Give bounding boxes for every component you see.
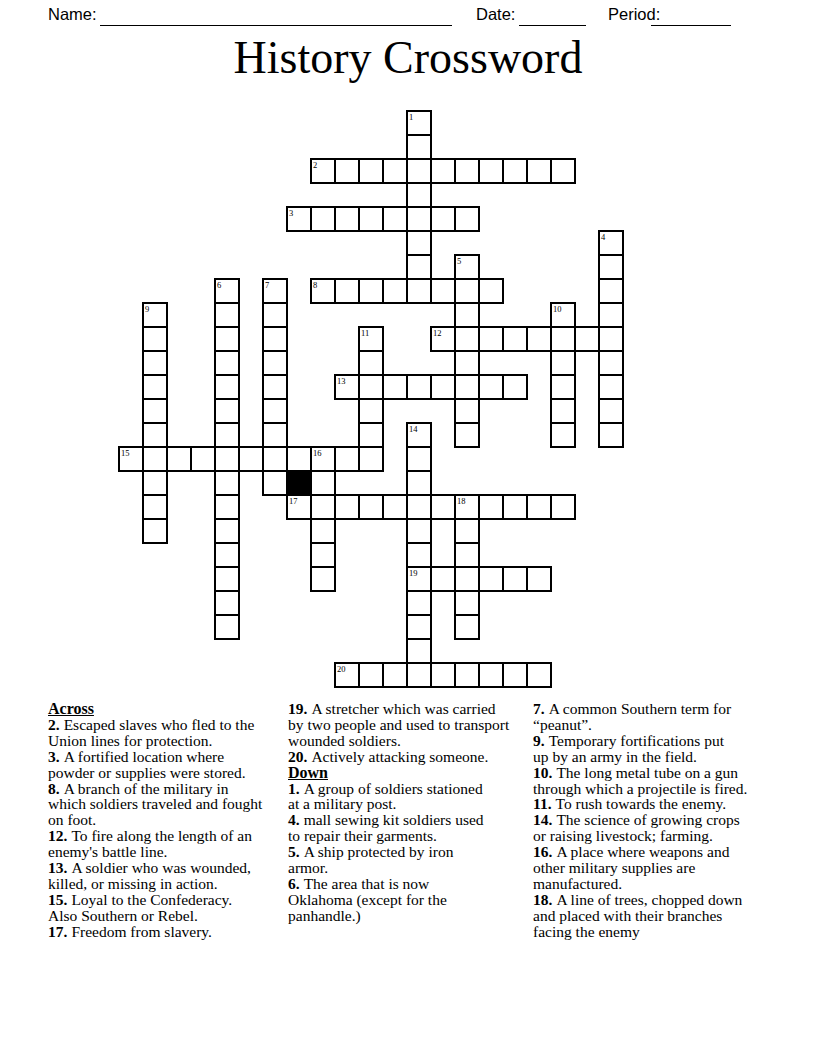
- grid-cell-r10c18[interactable]: [550, 350, 576, 376]
- grid-cell-r4c11[interactable]: [382, 206, 408, 232]
- grid-cell-r7c12[interactable]: [406, 278, 432, 304]
- clue-text: A line of trees, chopped down and placed…: [533, 891, 742, 940]
- grid-cell-r12c4[interactable]: [214, 398, 240, 424]
- clue-down-9: 9.Temporary fortifications put up by an …: [533, 733, 785, 765]
- grid-cell-r14c6[interactable]: [262, 446, 288, 472]
- grid-cell-r14c9[interactable]: [334, 446, 360, 472]
- clue-column-1: Across2.Escaped slaves who fled to the U…: [48, 701, 294, 940]
- clue-number: 7.: [533, 700, 545, 717]
- grid-cell-r2c11[interactable]: [382, 158, 408, 184]
- grid-cell-r16c4[interactable]: [214, 494, 240, 520]
- clue-number: 5.: [288, 843, 300, 860]
- cell-number-3: 3: [289, 209, 293, 218]
- grid-cell-r17c14[interactable]: [454, 518, 480, 544]
- grid-cell-r10c6[interactable]: [262, 350, 288, 376]
- grid-cell-r13c10[interactable]: [358, 422, 384, 448]
- grid-cell-r15c4[interactable]: [214, 470, 240, 496]
- cell-number-6: 6: [217, 281, 221, 290]
- clue-across-8: 8.A branch of the military in which sold…: [48, 781, 294, 829]
- worksheet-page: Name: Date: Period: History Crossword 12…: [0, 0, 816, 1056]
- grid-cell-r20c4[interactable]: [214, 590, 240, 616]
- grid-cell-r23c12[interactable]: [406, 662, 432, 688]
- clue-down-1: 1.A group of soldiers stationed at a mil…: [288, 781, 538, 813]
- grid-cell-r23c14[interactable]: [454, 662, 480, 688]
- clue-across-3: 3.A fortified location where powder or s…: [48, 749, 294, 781]
- grid-cell-r17c1[interactable]: [142, 518, 168, 544]
- grid-cell-r9c4[interactable]: [214, 326, 240, 352]
- clue-across-12: 12.To fire along the length of an enemy'…: [48, 828, 294, 860]
- grid-cell-r22c12[interactable]: [406, 638, 432, 664]
- clue-number: 15.: [48, 891, 67, 908]
- clue-number: 16.: [533, 843, 552, 860]
- cell-number-12: 12: [433, 329, 442, 338]
- grid-cell-r7c10[interactable]: [358, 278, 384, 304]
- grid-cell-r18c12[interactable]: [406, 542, 432, 568]
- grid-cell-r7c20[interactable]: [598, 278, 624, 304]
- grid-cell-r16c15[interactable]: [478, 494, 504, 520]
- clue-number: 1.: [288, 780, 300, 797]
- grid-cell-r14c5[interactable]: [238, 446, 264, 472]
- grid-cell-r21c12[interactable]: [406, 614, 432, 640]
- grid-cell-r15c8[interactable]: [310, 470, 336, 496]
- cell-number-5: 5: [457, 257, 461, 266]
- grid-cell-r13c20[interactable]: [598, 422, 624, 448]
- grid-cell-r8c14[interactable]: [454, 302, 480, 328]
- clue-text: To rush towards the enemy.: [556, 795, 727, 812]
- grid-cell-r16c16[interactable]: [502, 494, 528, 520]
- grid-cell-r13c18[interactable]: [550, 422, 576, 448]
- blocked-cell: [286, 470, 312, 496]
- clue-number: 6.: [288, 875, 300, 892]
- grid-cell-r19c8[interactable]: [310, 566, 336, 592]
- grid-cell-r9c20[interactable]: [598, 326, 624, 352]
- grid-cell-r9c18[interactable]: [550, 326, 576, 352]
- clue-text: A place where weapons and other military…: [533, 843, 729, 892]
- grid-cell-r15c1[interactable]: [142, 470, 168, 496]
- cell-number-10: 10: [553, 305, 562, 314]
- cell-number-11: 11: [361, 329, 369, 338]
- grid-cell-r11c13[interactable]: [430, 374, 456, 400]
- grid-cell-r10c4[interactable]: [214, 350, 240, 376]
- grid-cell-r13c14[interactable]: [454, 422, 480, 448]
- cell-number-15: 15: [121, 449, 130, 458]
- clue-text: A fortified location where powder or sup…: [48, 748, 246, 781]
- clue-down-5: 5.A ship protected by iron armor.: [288, 844, 538, 876]
- grid-cell-r7c13[interactable]: [430, 278, 456, 304]
- grid-cell-r16c13[interactable]: [430, 494, 456, 520]
- grid-cell-r7c14[interactable]: [454, 278, 480, 304]
- grid-cell-r16c12[interactable]: [406, 494, 432, 520]
- cell-number-1: 1: [409, 113, 413, 122]
- grid-cell-r17c4[interactable]: [214, 518, 240, 544]
- grid-cell-r9c17[interactable]: [526, 326, 552, 352]
- grid-cell-r4c14[interactable]: [454, 206, 480, 232]
- grid-cell-r12c20[interactable]: [598, 398, 624, 424]
- date-blank-field[interactable]: [519, 6, 586, 26]
- cell-number-4: 4: [601, 233, 605, 242]
- grid-cell-r23c11[interactable]: [382, 662, 408, 688]
- date-label: Date:: [476, 4, 515, 24]
- grid-cell-r12c10[interactable]: [358, 398, 384, 424]
- clue-text: Actively attacking someone.: [311, 748, 488, 765]
- down-header-label: Down: [288, 764, 328, 781]
- clue-text: A branch of the military in which soldie…: [48, 780, 262, 829]
- grid-cell-r11c4[interactable]: [214, 374, 240, 400]
- grid-cell-r18c4[interactable]: [214, 542, 240, 568]
- clue-column-3: 7.A common Southern term for “peanut”.9.…: [533, 701, 785, 940]
- clue-down-7: 7.A common Southern term for “peanut”.: [533, 701, 785, 733]
- grid-cell-r23c10[interactable]: [358, 662, 384, 688]
- grid-cell-r2c17[interactable]: [526, 158, 552, 184]
- grid-cell-r2c12[interactable]: [406, 158, 432, 184]
- clue-down-10: 10.The long metal tube on a gun through …: [533, 765, 785, 797]
- grid-cell-r18c8[interactable]: [310, 542, 336, 568]
- grid-cell-r9c14[interactable]: [454, 326, 480, 352]
- clue-across-20: 20.Actively attacking someone.: [288, 749, 538, 765]
- clue-number: 3.: [48, 748, 60, 765]
- grid-cell-r16c17[interactable]: [526, 494, 552, 520]
- clue-number: 17.: [48, 923, 67, 940]
- grid-cell-r14c7[interactable]: [286, 446, 312, 472]
- clue-number: 4.: [288, 811, 300, 828]
- grid-cell-r9c15[interactable]: [478, 326, 504, 352]
- grid-cell-r20c14[interactable]: [454, 590, 480, 616]
- cell-number-2: 2: [313, 161, 317, 170]
- period-blank-field[interactable]: [651, 6, 731, 26]
- grid-cell-r20c12[interactable]: [406, 590, 432, 616]
- grid-cell-r16c9[interactable]: [334, 494, 360, 520]
- grid-cell-r8c20[interactable]: [598, 302, 624, 328]
- grid-cell-r11c6[interactable]: [262, 374, 288, 400]
- grid-cell-r5c12[interactable]: [406, 230, 432, 256]
- clue-text: A common Southern term for “peanut”.: [533, 700, 731, 733]
- clue-text: To fire along the length of an enemy's b…: [48, 827, 252, 860]
- grid-cell-r13c1[interactable]: [142, 422, 168, 448]
- name-blank-field[interactable]: [100, 6, 452, 26]
- grid-cell-r11c20[interactable]: [598, 374, 624, 400]
- cell-number-7: 7: [265, 281, 269, 290]
- cell-number-20: 20: [337, 665, 346, 674]
- grid-cell-r9c6[interactable]: [262, 326, 288, 352]
- clue-down-11: 11.To rush towards the enemy.: [533, 796, 785, 812]
- grid-cell-r19c16[interactable]: [502, 566, 528, 592]
- grid-cell-r16c18[interactable]: [550, 494, 576, 520]
- grid-cell-r17c8[interactable]: [310, 518, 336, 544]
- grid-cell-r4c8[interactable]: [310, 206, 336, 232]
- grid-cell-r2c15[interactable]: [478, 158, 504, 184]
- grid-cell-r19c15[interactable]: [478, 566, 504, 592]
- cell-number-19: 19: [409, 569, 418, 578]
- clue-text: Temporary fortifications put up by an ar…: [533, 732, 724, 765]
- grid-cell-r15c6[interactable]: [262, 470, 288, 496]
- grid-cell-r19c4[interactable]: [214, 566, 240, 592]
- across-header-label: Across: [48, 700, 94, 717]
- clue-number: 2.: [48, 716, 60, 733]
- clue-text: Loyal to the Confederacy. Also Southern …: [48, 891, 232, 924]
- cell-number-8: 8: [313, 281, 317, 290]
- cell-number-18: 18: [457, 497, 466, 506]
- clue-number: 19.: [288, 700, 307, 717]
- grid-cell-r21c4[interactable]: [214, 614, 240, 640]
- grid-cell-r17c12[interactable]: [406, 518, 432, 544]
- clue-across-19: 19.A stretcher which was carried by two …: [288, 701, 538, 749]
- grid-cell-r13c6[interactable]: [262, 422, 288, 448]
- grid-cell-r19c14[interactable]: [454, 566, 480, 592]
- grid-cell-r14c4[interactable]: [214, 446, 240, 472]
- grid-cell-r13c4[interactable]: [214, 422, 240, 448]
- grid-cell-r11c16[interactable]: [502, 374, 528, 400]
- grid-cell-r14c1[interactable]: [142, 446, 168, 472]
- clue-down-6: 6.The area that is now Oklahoma (except …: [288, 876, 538, 924]
- grid-cell-r23c15[interactable]: [478, 662, 504, 688]
- across-header: Across: [48, 701, 294, 717]
- grid-cell-r14c10[interactable]: [358, 446, 384, 472]
- clue-down-14: 14.The science of growing crops or raisi…: [533, 812, 785, 844]
- clue-across-17: 17.Freedom from slavery.: [48, 924, 294, 940]
- cell-number-14: 14: [409, 425, 418, 434]
- clue-number: 12.: [48, 827, 67, 844]
- clue-number: 10.: [533, 764, 552, 781]
- grid-cell-r4c13[interactable]: [430, 206, 456, 232]
- grid-cell-r16c1[interactable]: [142, 494, 168, 520]
- clue-down-4: 4.mall sewing kit soldiers used to repai…: [288, 812, 538, 844]
- grid-cell-r19c13[interactable]: [430, 566, 456, 592]
- clue-across-2: 2.Escaped slaves who fled to the Union l…: [48, 717, 294, 749]
- grid-cell-r10c14[interactable]: [454, 350, 480, 376]
- clue-across-15: 15.Loyal to the Confederacy. Also Southe…: [48, 892, 294, 924]
- clue-across-13: 13.A soldier who was wounded, killed, or…: [48, 860, 294, 892]
- grid-cell-r19c17[interactable]: [526, 566, 552, 592]
- crossword-grid: 1234567891011121314151617181920: [118, 110, 624, 688]
- cell-number-16: 16: [313, 449, 322, 458]
- clue-text: The science of growing crops or raising …: [533, 811, 740, 844]
- grid-cell-r14c2[interactable]: [166, 446, 192, 472]
- clue-text: The long metal tube on a gun through whi…: [533, 764, 747, 797]
- grid-cell-r10c1[interactable]: [142, 350, 168, 376]
- cell-number-13: 13: [337, 377, 346, 386]
- clue-number: 13.: [48, 859, 67, 876]
- clue-number: 14.: [533, 811, 552, 828]
- cell-number-17: 17: [289, 497, 298, 506]
- grid-cell-r11c14[interactable]: [454, 374, 480, 400]
- grid-cell-r11c15[interactable]: [478, 374, 504, 400]
- grid-cell-r2c16[interactable]: [502, 158, 528, 184]
- clue-number: 18.: [533, 891, 552, 908]
- grid-cell-r9c1[interactable]: [142, 326, 168, 352]
- clue-number: 20.: [288, 748, 307, 765]
- grid-cell-r2c9[interactable]: [334, 158, 360, 184]
- clue-text: A soldier who was wounded, killed, or mi…: [48, 859, 251, 892]
- grid-cell-r14c3[interactable]: [190, 446, 216, 472]
- grid-cell-r12c6[interactable]: [262, 398, 288, 424]
- down-header: Down: [288, 765, 538, 781]
- grid-cell-r7c9[interactable]: [334, 278, 360, 304]
- grid-cell-r11c12[interactable]: [406, 374, 432, 400]
- clue-text: A ship protected by iron armor.: [288, 843, 453, 876]
- grid-cell-r8c4[interactable]: [214, 302, 240, 328]
- grid-cell-r12c14[interactable]: [454, 398, 480, 424]
- grid-cell-r23c17[interactable]: [526, 662, 552, 688]
- grid-cell-r9c19[interactable]: [574, 326, 600, 352]
- grid-cell-r7c11[interactable]: [382, 278, 408, 304]
- grid-cell-r6c20[interactable]: [598, 254, 624, 280]
- grid-cell-r4c10[interactable]: [358, 206, 384, 232]
- grid-cell-r9c16[interactable]: [502, 326, 528, 352]
- grid-cell-r2c10[interactable]: [358, 158, 384, 184]
- grid-cell-r11c11[interactable]: [382, 374, 408, 400]
- clue-number: 9.: [533, 732, 545, 749]
- grid-cell-r2c18[interactable]: [550, 158, 576, 184]
- grid-cell-r3c12[interactable]: [406, 182, 432, 208]
- clue-text: The area that is now Oklahoma (except fo…: [288, 875, 447, 924]
- clue-text: A group of soldiers stationed at a milit…: [288, 780, 483, 813]
- grid-cell-r23c16[interactable]: [502, 662, 528, 688]
- grid-cell-r4c12[interactable]: [406, 206, 432, 232]
- grid-cell-r15c12[interactable]: [406, 470, 432, 496]
- grid-cell-r1c12[interactable]: [406, 134, 432, 160]
- clue-text: Escaped slaves who fled to the Union lin…: [48, 716, 254, 749]
- clue-number: 11.: [533, 795, 552, 812]
- clue-text: Freedom from slavery.: [71, 923, 212, 940]
- grid-cell-r2c13[interactable]: [430, 158, 456, 184]
- grid-cell-r11c18[interactable]: [550, 374, 576, 400]
- grid-cell-r23c13[interactable]: [430, 662, 456, 688]
- grid-cell-r12c1[interactable]: [142, 398, 168, 424]
- grid-cell-r10c20[interactable]: [598, 350, 624, 376]
- cell-number-9: 9: [145, 305, 149, 314]
- clue-down-16: 16.A place where weapons and other milit…: [533, 844, 785, 892]
- grid-cell-r16c8[interactable]: [310, 494, 336, 520]
- clue-down-18: 18.A line of trees, chopped down and pla…: [533, 892, 785, 940]
- grid-cell-r7c15[interactable]: [478, 278, 504, 304]
- grid-cell-r4c9[interactable]: [334, 206, 360, 232]
- grid-cell-r11c1[interactable]: [142, 374, 168, 400]
- grid-cell-r10c10[interactable]: [358, 350, 384, 376]
- grid-cell-r11c10[interactable]: [358, 374, 384, 400]
- grid-cell-r21c14[interactable]: [454, 614, 480, 640]
- grid-cell-r18c14[interactable]: [454, 542, 480, 568]
- grid-cell-r16c10[interactable]: [358, 494, 384, 520]
- name-label: Name:: [48, 4, 97, 24]
- grid-cell-r14c12[interactable]: [406, 446, 432, 472]
- grid-cell-r16c11[interactable]: [382, 494, 408, 520]
- clue-number: 8.: [48, 780, 60, 797]
- page-title: History Crossword: [0, 33, 816, 83]
- grid-cell-r8c6[interactable]: [262, 302, 288, 328]
- clue-text: A stretcher which was carried by two peo…: [288, 700, 509, 749]
- grid-cell-r2c14[interactable]: [454, 158, 480, 184]
- clue-column-2: 19.A stretcher which was carried by two …: [288, 701, 538, 924]
- grid-cell-r6c12[interactable]: [406, 254, 432, 280]
- clue-text: mall sewing kit soldiers used to repair …: [288, 811, 484, 844]
- grid-cell-r12c18[interactable]: [550, 398, 576, 424]
